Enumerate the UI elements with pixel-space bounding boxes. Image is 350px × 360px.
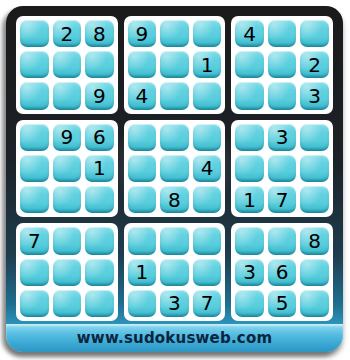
cell-r8c6[interactable] (193, 259, 222, 286)
cell-r8c7[interactable]: 3 (235, 259, 264, 286)
cell-r7c2[interactable] (53, 227, 82, 254)
cell-r3c7[interactable] (235, 82, 264, 109)
cell-r6c2[interactable] (53, 186, 82, 213)
cell-r4c2[interactable]: 9 (53, 124, 82, 151)
cell-r5c5[interactable] (160, 155, 189, 182)
cell-r2c5[interactable] (160, 51, 189, 78)
cell-r2c9[interactable]: 2 (300, 51, 329, 78)
cell-r4c7[interactable] (235, 124, 264, 151)
cell-r5c3[interactable]: 1 (85, 155, 114, 182)
cell-r6c7[interactable]: 1 (235, 186, 264, 213)
cell-r7c6[interactable] (193, 227, 222, 254)
cell-r2c4[interactable] (128, 51, 157, 78)
cell-r9c5[interactable]: 3 (160, 290, 189, 317)
cell-r6c6[interactable] (193, 186, 222, 213)
cell-r3c9[interactable]: 3 (300, 82, 329, 109)
cell-r8c1[interactable] (20, 259, 49, 286)
cell-r7c9[interactable]: 8 (300, 227, 329, 254)
cell-r4c6[interactable] (193, 124, 222, 151)
cell-r1c3[interactable]: 8 (85, 20, 114, 47)
cell-r2c6[interactable]: 1 (193, 51, 222, 78)
cell-r5c4[interactable] (128, 155, 157, 182)
page: 2899144239614831771378365 www.sudokusweb… (0, 0, 350, 360)
cell-r5c2[interactable] (53, 155, 82, 182)
cell-r1c8[interactable] (268, 20, 297, 47)
box-8: 137 (124, 223, 226, 321)
box-4: 961 (16, 120, 118, 218)
cell-r7c8[interactable] (268, 227, 297, 254)
box-9: 8365 (231, 223, 333, 321)
cell-r9c9[interactable] (300, 290, 329, 317)
cell-r7c4[interactable] (128, 227, 157, 254)
cell-r7c7[interactable] (235, 227, 264, 254)
cell-r5c7[interactable] (235, 155, 264, 182)
sudoku-grid: 2899144239614831771378365 (16, 16, 333, 321)
sudoku-board: 2899144239614831771378365 www.sudokusweb… (6, 6, 343, 352)
cell-r9c1[interactable] (20, 290, 49, 317)
cell-r1c6[interactable] (193, 20, 222, 47)
box-5: 48 (124, 120, 226, 218)
cell-r3c1[interactable] (20, 82, 49, 109)
cell-r5c6[interactable]: 4 (193, 155, 222, 182)
cell-r5c1[interactable] (20, 155, 49, 182)
cell-r5c9[interactable] (300, 155, 329, 182)
cell-r4c4[interactable] (128, 124, 157, 151)
cell-r3c3[interactable]: 9 (85, 82, 114, 109)
box-1: 289 (16, 16, 118, 114)
cell-r2c1[interactable] (20, 51, 49, 78)
cell-r7c3[interactable] (85, 227, 114, 254)
cell-r1c1[interactable] (20, 20, 49, 47)
cell-r1c5[interactable] (160, 20, 189, 47)
cell-r6c4[interactable] (128, 186, 157, 213)
cell-r6c1[interactable] (20, 186, 49, 213)
cell-r3c6[interactable] (193, 82, 222, 109)
cell-r2c7[interactable] (235, 51, 264, 78)
cell-r4c3[interactable]: 6 (85, 124, 114, 151)
cell-r7c5[interactable] (160, 227, 189, 254)
cell-r9c8[interactable]: 5 (268, 290, 297, 317)
cell-r3c2[interactable] (53, 82, 82, 109)
cell-r4c9[interactable] (300, 124, 329, 151)
cell-r2c2[interactable] (53, 51, 82, 78)
cell-r9c3[interactable] (85, 290, 114, 317)
box-6: 317 (231, 120, 333, 218)
cell-r6c3[interactable] (85, 186, 114, 213)
cell-r6c8[interactable]: 7 (268, 186, 297, 213)
cell-r3c5[interactable] (160, 82, 189, 109)
cell-r9c7[interactable] (235, 290, 264, 317)
cell-r2c8[interactable] (268, 51, 297, 78)
cell-r4c1[interactable] (20, 124, 49, 151)
cell-r1c4[interactable]: 9 (128, 20, 157, 47)
cell-r8c5[interactable] (160, 259, 189, 286)
cell-r9c2[interactable] (53, 290, 82, 317)
footer-bar: www.sudokusweb.com (6, 324, 343, 352)
cell-r9c4[interactable] (128, 290, 157, 317)
box-7: 7 (16, 223, 118, 321)
cell-r7c1[interactable]: 7 (20, 227, 49, 254)
cell-r6c5[interactable]: 8 (160, 186, 189, 213)
box-2: 914 (124, 16, 226, 114)
cell-r8c3[interactable] (85, 259, 114, 286)
website-url: www.sudokusweb.com (77, 329, 272, 347)
cell-r4c8[interactable]: 3 (268, 124, 297, 151)
cell-r2c3[interactable] (85, 51, 114, 78)
box-3: 423 (231, 16, 333, 114)
cell-r4c5[interactable] (160, 124, 189, 151)
cell-r8c8[interactable]: 6 (268, 259, 297, 286)
cell-r6c9[interactable] (300, 186, 329, 213)
cell-r8c2[interactable] (53, 259, 82, 286)
cell-r3c4[interactable]: 4 (128, 82, 157, 109)
cell-r5c8[interactable] (268, 155, 297, 182)
cell-r1c9[interactable] (300, 20, 329, 47)
cell-r9c6[interactable]: 7 (193, 290, 222, 317)
cell-r1c7[interactable]: 4 (235, 20, 264, 47)
cell-r8c4[interactable]: 1 (128, 259, 157, 286)
cell-r8c9[interactable] (300, 259, 329, 286)
cell-r3c8[interactable] (268, 82, 297, 109)
cell-r1c2[interactable]: 2 (53, 20, 82, 47)
